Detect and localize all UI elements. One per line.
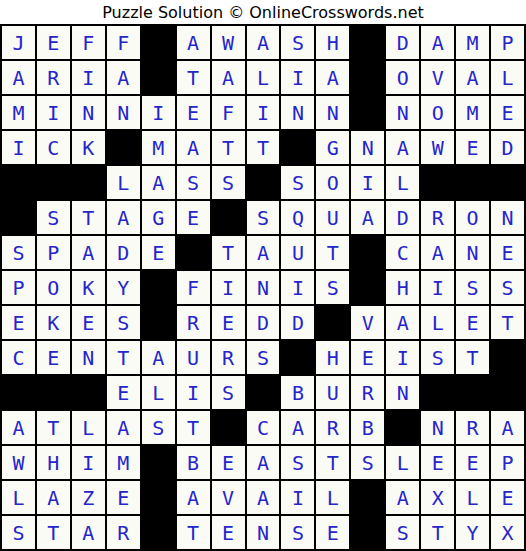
grid-cell: A: [351, 201, 384, 234]
grid-cell: Y: [107, 271, 140, 304]
grid-cell: I: [281, 271, 314, 304]
grid-cell: N: [107, 96, 140, 129]
black-cell: [107, 131, 140, 164]
black-cell: [351, 481, 384, 514]
grid-cell: L: [107, 166, 140, 199]
grid-cell: A: [177, 26, 210, 59]
black-cell: [142, 481, 175, 514]
grid-cell: E: [37, 26, 70, 59]
grid-cell: A: [491, 411, 524, 444]
grid-cell: E: [456, 131, 489, 164]
grid-cell: N: [72, 96, 105, 129]
grid-cell: P: [491, 446, 524, 479]
grid-cell: S: [491, 271, 524, 304]
grid-cell: U: [177, 341, 210, 374]
black-cell: [2, 166, 35, 199]
black-cell: [37, 376, 70, 409]
black-cell: [351, 516, 384, 549]
page-title: Puzzle Solution © OnlineCrosswords.net: [0, 0, 526, 24]
grid-cell: I: [177, 376, 210, 409]
grid-cell: A: [247, 26, 280, 59]
grid-cell: S: [281, 166, 314, 199]
grid-cell: S: [351, 446, 384, 479]
grid-cell: C: [247, 411, 280, 444]
black-cell: [142, 516, 175, 549]
grid-cell: T: [37, 516, 70, 549]
grid-cell: O: [37, 271, 70, 304]
grid-cell: R: [107, 516, 140, 549]
black-cell: [491, 341, 524, 374]
grid-cell: A: [247, 446, 280, 479]
grid-cell: O: [456, 201, 489, 234]
grid-cell: T: [421, 516, 454, 549]
grid-cell: B: [177, 446, 210, 479]
grid-cell: K: [72, 131, 105, 164]
grid-cell: B: [281, 376, 314, 409]
grid-cell: E: [491, 96, 524, 129]
black-cell: [177, 236, 210, 269]
grid-cell: T: [316, 236, 349, 269]
grid-cell: A: [177, 131, 210, 164]
grid-cell: N: [386, 96, 419, 129]
grid-cell: E: [2, 306, 35, 339]
grid-cell: T: [37, 411, 70, 444]
grid-cell: A: [2, 61, 35, 94]
grid-cell: N: [386, 376, 419, 409]
grid-cell: A: [72, 236, 105, 269]
grid-cell: K: [37, 306, 70, 339]
grid-cell: S: [456, 271, 489, 304]
grid-cell: I: [281, 481, 314, 514]
grid-cell: E: [142, 236, 175, 269]
black-cell: [281, 341, 314, 374]
black-cell: [456, 376, 489, 409]
black-cell: [351, 236, 384, 269]
grid-cell: S: [212, 166, 245, 199]
grid-cell: S: [212, 376, 245, 409]
grid-cell: N: [72, 341, 105, 374]
grid-cell: S: [281, 516, 314, 549]
grid-cell: D: [247, 306, 280, 339]
grid-cell: A: [386, 131, 419, 164]
grid-cell: Y: [456, 516, 489, 549]
grid-cell: N: [456, 236, 489, 269]
grid-cell: S: [2, 516, 35, 549]
grid-cell: V: [421, 61, 454, 94]
grid-cell: I: [142, 96, 175, 129]
black-cell: [72, 376, 105, 409]
grid-cell: M: [107, 446, 140, 479]
black-cell: [316, 306, 349, 339]
grid-cell: L: [72, 411, 105, 444]
black-cell: [456, 166, 489, 199]
black-cell: [386, 411, 419, 444]
grid-cell: R: [177, 306, 210, 339]
grid-cell: L: [247, 61, 280, 94]
grid-cell: A: [142, 341, 175, 374]
grid-cell: S: [281, 446, 314, 479]
grid-cell: S: [386, 516, 419, 549]
grid-cell: R: [421, 201, 454, 234]
grid-cell: A: [456, 61, 489, 94]
grid-cell: I: [37, 96, 70, 129]
grid-cell: F: [212, 96, 245, 129]
grid-cell: T: [72, 201, 105, 234]
black-cell: [351, 271, 384, 304]
grid-cell: T: [212, 236, 245, 269]
grid-cell: N: [247, 516, 280, 549]
grid-cell: A: [142, 166, 175, 199]
grid-cell: D: [281, 306, 314, 339]
grid-cell: E: [107, 376, 140, 409]
grid-cell: A: [247, 481, 280, 514]
grid-cell: I: [72, 61, 105, 94]
grid-cell: E: [177, 201, 210, 234]
grid-cell: A: [72, 516, 105, 549]
grid-cell: M: [456, 26, 489, 59]
grid-cell: W: [2, 446, 35, 479]
grid-cell: S: [107, 306, 140, 339]
grid-cell: E: [37, 341, 70, 374]
grid-cell: A: [107, 411, 140, 444]
grid-cell: G: [142, 201, 175, 234]
black-cell: [421, 166, 454, 199]
grid-cell: M: [142, 131, 175, 164]
grid-cell: S: [281, 26, 314, 59]
black-cell: [281, 131, 314, 164]
grid-cell: D: [386, 201, 419, 234]
grid-cell: T: [491, 306, 524, 339]
grid-cell: F: [177, 271, 210, 304]
grid-cell: R: [316, 411, 349, 444]
grid-cell: T: [212, 131, 245, 164]
puzzle-solution-page: Puzzle Solution © OnlineCrosswords.net J…: [0, 0, 526, 551]
grid-cell: H: [316, 26, 349, 59]
black-cell: [142, 446, 175, 479]
grid-cell: E: [212, 306, 245, 339]
black-cell: [142, 271, 175, 304]
grid-cell: E: [316, 516, 349, 549]
grid-cell: J: [2, 26, 35, 59]
grid-cell: W: [421, 131, 454, 164]
grid-cell: E: [177, 96, 210, 129]
grid-cell: S: [247, 201, 280, 234]
grid-cell: A: [281, 411, 314, 444]
grid-cell: S: [37, 201, 70, 234]
grid-cell: E: [107, 481, 140, 514]
grid-cell: X: [491, 516, 524, 549]
grid-cell: F: [107, 26, 140, 59]
grid-cell: L: [142, 376, 175, 409]
grid-cell: D: [386, 26, 419, 59]
grid-cell: A: [247, 236, 280, 269]
grid-cell: I: [2, 131, 35, 164]
grid-cell: K: [72, 271, 105, 304]
grid-cell: N: [316, 96, 349, 129]
grid-cell: S: [177, 166, 210, 199]
grid-cell: T: [247, 131, 280, 164]
black-cell: [212, 201, 245, 234]
grid-cell: S: [2, 236, 35, 269]
grid-cell: E: [456, 306, 489, 339]
grid-cell: M: [456, 96, 489, 129]
grid-cell: N: [247, 271, 280, 304]
grid-cell: V: [351, 306, 384, 339]
grid-cell: I: [247, 96, 280, 129]
black-cell: [351, 61, 384, 94]
black-cell: [142, 26, 175, 59]
grid-cell: H: [316, 341, 349, 374]
grid-cell: O: [316, 166, 349, 199]
grid-cell: T: [107, 341, 140, 374]
grid-cell: L: [386, 446, 419, 479]
black-cell: [421, 376, 454, 409]
grid-cell: I: [281, 61, 314, 94]
grid-cell: A: [2, 411, 35, 444]
grid-cell: I: [351, 166, 384, 199]
grid-cell: D: [107, 236, 140, 269]
grid-cell: Q: [281, 201, 314, 234]
grid-cell: L: [456, 481, 489, 514]
grid-cell: N: [281, 96, 314, 129]
grid-cell: G: [316, 131, 349, 164]
grid-cell: N: [491, 201, 524, 234]
grid-cell: A: [386, 306, 419, 339]
grid-cell: I: [212, 271, 245, 304]
grid-cell: D: [491, 131, 524, 164]
black-cell: [142, 61, 175, 94]
grid-cell: S: [142, 411, 175, 444]
black-cell: [37, 166, 70, 199]
grid-cell: H: [37, 446, 70, 479]
grid-cell: C: [37, 131, 70, 164]
grid-cell: A: [421, 26, 454, 59]
grid-cell: A: [316, 61, 349, 94]
grid-cell: A: [107, 201, 140, 234]
grid-cell: E: [212, 516, 245, 549]
grid-cell: I: [386, 341, 419, 374]
grid-cell: A: [386, 481, 419, 514]
grid-cell: O: [421, 96, 454, 129]
grid-cell: L: [491, 61, 524, 94]
black-cell: [142, 306, 175, 339]
black-cell: [247, 166, 280, 199]
grid-cell: V: [212, 481, 245, 514]
black-cell: [491, 376, 524, 409]
grid-cell: M: [2, 96, 35, 129]
grid-cell: P: [2, 271, 35, 304]
grid-cell: B: [351, 411, 384, 444]
grid-cell: U: [316, 201, 349, 234]
grid-cell: H: [386, 271, 419, 304]
grid-cell: L: [2, 481, 35, 514]
grid-cell: R: [37, 61, 70, 94]
grid-cell: N: [351, 131, 384, 164]
grid-cell: L: [316, 481, 349, 514]
grid-cell: A: [421, 236, 454, 269]
grid-cell: T: [177, 516, 210, 549]
crossword-grid: JEFFAWASHDAMPARIATALIAOVALMINNIEFINNNOME…: [0, 24, 526, 551]
grid-cell: X: [421, 481, 454, 514]
grid-cell: E: [421, 446, 454, 479]
grid-cell: L: [421, 306, 454, 339]
black-cell: [212, 411, 245, 444]
grid-cell: S: [421, 341, 454, 374]
grid-cell: P: [491, 26, 524, 59]
black-cell: [2, 201, 35, 234]
grid-cell: E: [72, 306, 105, 339]
grid-cell: A: [212, 61, 245, 94]
black-cell: [351, 96, 384, 129]
grid-cell: F: [72, 26, 105, 59]
black-cell: [491, 166, 524, 199]
grid-cell: O: [386, 61, 419, 94]
grid-cell: I: [421, 271, 454, 304]
grid-cell: E: [491, 236, 524, 269]
grid-cell: W: [212, 26, 245, 59]
black-cell: [72, 166, 105, 199]
grid-cell: E: [212, 446, 245, 479]
grid-cell: U: [281, 236, 314, 269]
grid-cell: T: [456, 341, 489, 374]
grid-cell: P: [37, 236, 70, 269]
grid-cell: S: [316, 271, 349, 304]
grid-cell: I: [72, 446, 105, 479]
grid-cell: E: [456, 446, 489, 479]
grid-cell: A: [37, 481, 70, 514]
grid-cell: R: [212, 341, 245, 374]
black-cell: [351, 26, 384, 59]
grid-cell: R: [456, 411, 489, 444]
grid-cell: E: [351, 341, 384, 374]
grid-cell: C: [386, 236, 419, 269]
grid-cell: E: [491, 481, 524, 514]
grid-cell: T: [316, 446, 349, 479]
grid-cell: U: [316, 376, 349, 409]
grid-cell: L: [386, 166, 419, 199]
grid-cell: S: [247, 341, 280, 374]
grid-cell: C: [2, 341, 35, 374]
grid-cell: N: [421, 411, 454, 444]
grid-cell: A: [107, 61, 140, 94]
grid-cell: Z: [72, 481, 105, 514]
grid-cell: T: [177, 411, 210, 444]
grid-cell: T: [177, 61, 210, 94]
black-cell: [247, 376, 280, 409]
grid-cell: A: [177, 481, 210, 514]
black-cell: [2, 376, 35, 409]
grid-cell: R: [351, 376, 384, 409]
